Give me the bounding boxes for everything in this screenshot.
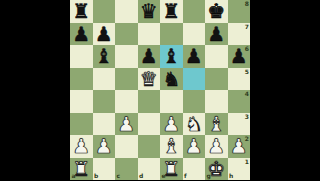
square-h6[interactable]: ♟ (228, 45, 251, 68)
white-rook[interactable]: ♜ (72, 158, 90, 181)
black-pawn[interactable]: ♟ (185, 45, 203, 68)
square-f6[interactable]: ♟ (183, 45, 206, 68)
white-pawn[interactable]: ♟ (162, 113, 180, 136)
square-g3[interactable]: ♝ (205, 113, 228, 136)
black-knight[interactable]: ♞ (162, 68, 180, 91)
white-pawn[interactable]: ♟ (117, 113, 135, 136)
black-pawn[interactable]: ♟ (72, 23, 90, 46)
white-pawn[interactable]: ♟ (207, 135, 225, 158)
square-d1[interactable] (138, 158, 161, 181)
square-h5[interactable] (228, 68, 251, 91)
black-pawn[interactable]: ♟ (230, 45, 248, 68)
square-e8[interactable]: ♜ (160, 0, 183, 23)
square-d6[interactable]: ♟ (138, 45, 161, 68)
black-pawn[interactable]: ♟ (207, 23, 225, 46)
square-h4[interactable] (228, 90, 251, 113)
black-bishop[interactable]: ♝ (95, 45, 113, 68)
square-b4[interactable] (93, 90, 116, 113)
black-bishop[interactable]: ♝ (162, 45, 180, 68)
square-d5[interactable]: ♛ (138, 68, 161, 91)
square-g1[interactable]: ♚ (205, 158, 228, 181)
square-d4[interactable] (138, 90, 161, 113)
square-b2[interactable]: ♟ (93, 135, 116, 158)
square-h1[interactable] (228, 158, 251, 181)
square-a1[interactable]: ♜ (70, 158, 93, 181)
square-d2[interactable] (138, 135, 161, 158)
white-king[interactable]: ♚ (207, 158, 225, 181)
square-b3[interactable] (93, 113, 116, 136)
square-b7[interactable]: ♟ (93, 23, 116, 46)
black-pawn[interactable]: ♟ (140, 45, 158, 68)
square-e4[interactable] (160, 90, 183, 113)
black-rook[interactable]: ♜ (162, 0, 180, 23)
square-d3[interactable] (138, 113, 161, 136)
square-c8[interactable] (115, 0, 138, 23)
square-g2[interactable]: ♟ (205, 135, 228, 158)
square-f2[interactable]: ♟ (183, 135, 206, 158)
square-e3[interactable]: ♟ (160, 113, 183, 136)
square-f4[interactable] (183, 90, 206, 113)
square-g5[interactable] (205, 68, 228, 91)
square-f7[interactable] (183, 23, 206, 46)
square-b1[interactable] (93, 158, 116, 181)
white-pawn[interactable]: ♟ (185, 135, 203, 158)
square-f1[interactable] (183, 158, 206, 181)
square-g8[interactable]: ♚ (205, 0, 228, 23)
square-c6[interactable] (115, 45, 138, 68)
black-rook[interactable]: ♜ (72, 0, 90, 23)
white-pawn[interactable]: ♟ (95, 135, 113, 158)
white-bishop[interactable]: ♝ (162, 135, 180, 158)
square-g7[interactable]: ♟ (205, 23, 228, 46)
square-a3[interactable] (70, 113, 93, 136)
chessboard: ♜♛♜♚♟♟♟♝♟♝♟♟♛♞♟♟♞♝♟♟♝♟♟♟♜♜♚87654321abcde… (70, 0, 250, 180)
white-pawn[interactable]: ♟ (230, 135, 248, 158)
square-b5[interactable] (93, 68, 116, 91)
square-f3[interactable]: ♞ (183, 113, 206, 136)
square-h8[interactable] (228, 0, 251, 23)
square-a6[interactable] (70, 45, 93, 68)
square-e2[interactable]: ♝ (160, 135, 183, 158)
square-e1[interactable]: ♜ (160, 158, 183, 181)
white-knight[interactable]: ♞ (185, 113, 203, 136)
square-c5[interactable] (115, 68, 138, 91)
square-c7[interactable] (115, 23, 138, 46)
square-g6[interactable] (205, 45, 228, 68)
square-a8[interactable]: ♜ (70, 0, 93, 23)
square-c1[interactable] (115, 158, 138, 181)
square-d8[interactable]: ♛ (138, 0, 161, 23)
square-a7[interactable]: ♟ (70, 23, 93, 46)
white-rook[interactable]: ♜ (162, 158, 180, 181)
square-e7[interactable] (160, 23, 183, 46)
square-h2[interactable]: ♟ (228, 135, 251, 158)
square-c2[interactable] (115, 135, 138, 158)
white-queen[interactable]: ♛ (140, 68, 158, 91)
square-c4[interactable] (115, 90, 138, 113)
white-pawn[interactable]: ♟ (72, 135, 90, 158)
square-c3[interactable]: ♟ (115, 113, 138, 136)
black-queen[interactable]: ♛ (140, 0, 158, 23)
square-d7[interactable] (138, 23, 161, 46)
square-e6[interactable]: ♝ (160, 45, 183, 68)
square-f8[interactable] (183, 0, 206, 23)
square-b6[interactable]: ♝ (93, 45, 116, 68)
black-pawn[interactable]: ♟ (95, 23, 113, 46)
square-h3[interactable] (228, 113, 251, 136)
black-king[interactable]: ♚ (207, 0, 225, 23)
square-a5[interactable] (70, 68, 93, 91)
square-f5[interactable] (183, 68, 206, 91)
square-e5[interactable]: ♞ (160, 68, 183, 91)
white-bishop[interactable]: ♝ (207, 113, 225, 136)
square-a2[interactable]: ♟ (70, 135, 93, 158)
square-h7[interactable] (228, 23, 251, 46)
square-b8[interactable] (93, 0, 116, 23)
square-g4[interactable] (205, 90, 228, 113)
square-a4[interactable] (70, 90, 93, 113)
